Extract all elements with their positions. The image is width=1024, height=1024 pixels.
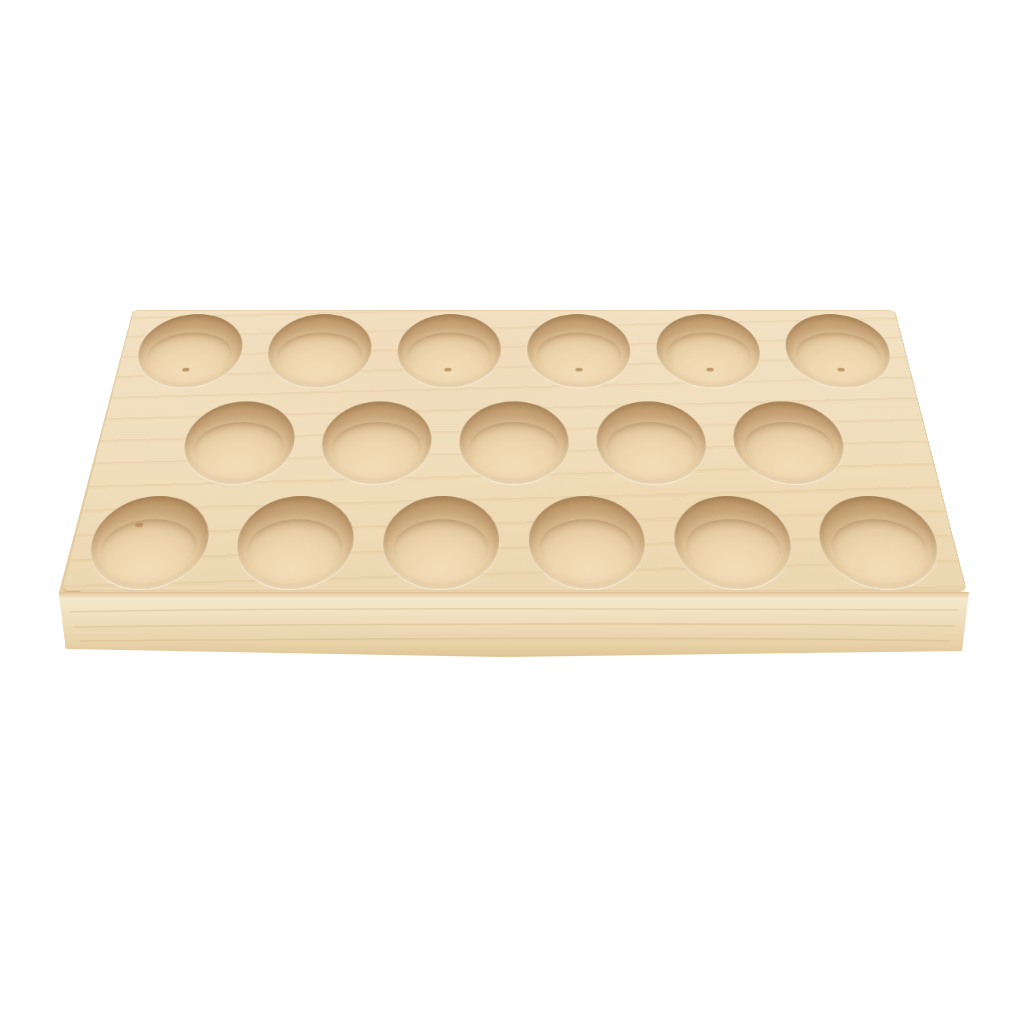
pit-front-3[interactable] <box>380 496 500 589</box>
pit-back-2[interactable] <box>263 314 375 387</box>
pit-back-6[interactable] <box>780 314 898 387</box>
pit-middle-1[interactable] <box>177 401 300 483</box>
pit-middle-4[interactable] <box>595 401 711 483</box>
pit-back-3[interactable] <box>395 314 501 387</box>
pit-back-1[interactable] <box>130 314 248 387</box>
pit-front-4[interactable] <box>529 496 649 589</box>
pit-middle-3[interactable] <box>458 401 570 483</box>
pit-front-5[interactable] <box>670 496 797 589</box>
pit-front-6[interactable] <box>812 496 947 589</box>
pit-middle-5[interactable] <box>728 401 851 483</box>
board-top-surface <box>61 310 967 591</box>
pit-back-4[interactable] <box>527 314 633 387</box>
pit-front-2[interactable] <box>230 496 357 589</box>
pit-back-5[interactable] <box>653 314 765 387</box>
pit-middle-2[interactable] <box>317 401 433 483</box>
pit-front-1[interactable] <box>81 496 216 589</box>
pit-grid <box>61 310 967 591</box>
pit-row-front <box>61 494 967 591</box>
pit-row-middle <box>86 392 942 494</box>
pit-row-back <box>112 310 916 392</box>
product-photo-scene <box>0 0 1024 1024</box>
